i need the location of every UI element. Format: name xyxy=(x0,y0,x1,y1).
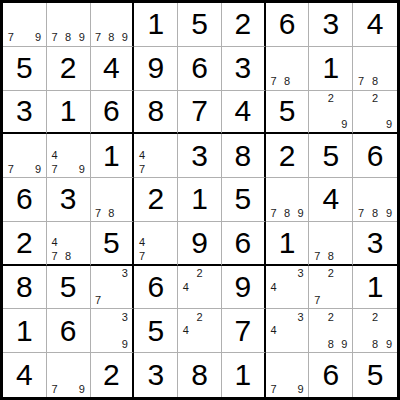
cell-r7c5[interactable]: 24 xyxy=(178,266,222,310)
cell-r2c6[interactable]: 3 xyxy=(222,47,266,91)
cell-value: 6 xyxy=(16,184,33,214)
pencil-mark-8: 8 xyxy=(105,206,118,220)
pencil-mark-6 xyxy=(118,280,131,294)
cell-r5c1[interactable]: 6 xyxy=(3,178,47,222)
pencil-mark-5 xyxy=(368,105,382,118)
cell-r2c5[interactable]: 6 xyxy=(178,47,222,91)
pencil-mark-7 xyxy=(179,338,193,352)
pencil-mark-8 xyxy=(149,249,163,262)
pencil-mark-2: 2 xyxy=(324,267,338,281)
pencil-mark-9 xyxy=(338,249,352,262)
cell-value: 2 xyxy=(103,360,120,390)
cell-r5c5[interactable]: 1 xyxy=(178,178,222,222)
pencil-mark-5 xyxy=(105,324,118,338)
pencil-mark-7 xyxy=(92,338,105,352)
pencil-mark-4 xyxy=(354,324,368,338)
cell-r2c7[interactable]: 78 xyxy=(266,47,310,91)
pencil-marks: 29 xyxy=(354,92,396,132)
cell-r8c8[interactable]: 289 xyxy=(309,309,353,353)
cell-r4c1[interactable]: 79 xyxy=(3,134,47,178)
pencil-marks: 79 xyxy=(4,135,45,176)
pencil-mark-6 xyxy=(294,61,308,75)
cell-value: 1 xyxy=(60,96,77,126)
cell-r9c6[interactable]: 1 xyxy=(222,353,266,397)
pencil-mark-4 xyxy=(4,149,18,163)
cell-r6c4[interactable]: 47 xyxy=(134,222,178,266)
pencil-mark-8 xyxy=(280,338,294,352)
pencil-mark-3 xyxy=(75,4,89,18)
pencil-mark-9 xyxy=(294,75,308,89)
cell-r9c5[interactable]: 8 xyxy=(178,353,222,397)
pencil-mark-1 xyxy=(179,267,193,281)
pencil-mark-2 xyxy=(61,135,75,149)
cell-r1c7[interactable]: 6 xyxy=(266,3,310,47)
pencil-mark-3 xyxy=(382,310,396,324)
pencil-mark-7: 7 xyxy=(4,163,18,177)
pencil-mark-2 xyxy=(105,4,118,18)
pencil-mark-8 xyxy=(324,294,338,308)
pencil-marks: 47 xyxy=(135,135,176,176)
pencil-mark-4: 4 xyxy=(48,149,62,163)
cell-value: 1 xyxy=(367,272,384,302)
pencil-marks: 479 xyxy=(48,135,89,176)
pencil-mark-3 xyxy=(31,4,45,18)
pencil-mark-9 xyxy=(206,338,220,352)
cell-value: 4 xyxy=(234,96,251,126)
cell-value: 6 xyxy=(103,96,120,126)
pencil-marks: 34 xyxy=(267,310,308,351)
pencil-mark-9 xyxy=(338,294,352,308)
pencil-mark-1 xyxy=(310,310,324,324)
pencil-mark-1 xyxy=(92,179,105,193)
pencil-mark-4 xyxy=(310,324,324,338)
cell-r4c6[interactable]: 8 xyxy=(222,134,266,178)
pencil-marks: 478 xyxy=(48,223,89,263)
pencil-mark-8: 8 xyxy=(280,206,294,220)
pencil-mark-2 xyxy=(105,310,118,324)
pencil-mark-2 xyxy=(280,310,294,324)
pencil-marks: 37 xyxy=(92,267,132,308)
cell-r8c7[interactable]: 34 xyxy=(266,309,310,353)
cell-value: 1 xyxy=(191,184,208,214)
pencil-mark-5 xyxy=(324,105,338,118)
pencil-mark-6 xyxy=(75,149,89,163)
pencil-mark-7: 7 xyxy=(354,75,368,89)
cell-r7c9[interactable]: 1 xyxy=(353,266,397,310)
pencil-marks: 34 xyxy=(267,267,308,308)
pencil-mark-2 xyxy=(105,179,118,193)
pencil-mark-5 xyxy=(61,368,75,382)
pencil-mark-1 xyxy=(48,4,62,18)
cell-r5c4[interactable]: 2 xyxy=(134,178,178,222)
cell-r6c8[interactable]: 78 xyxy=(309,222,353,266)
pencil-mark-7 xyxy=(267,338,281,352)
cell-value: 5 xyxy=(279,96,296,126)
pencil-mark-3 xyxy=(338,310,352,324)
pencil-mark-5 xyxy=(149,149,163,163)
pencil-marks: 79 xyxy=(267,354,308,396)
pencil-mark-7: 7 xyxy=(135,249,149,262)
pencil-mark-6 xyxy=(31,149,45,163)
cell-r2c8[interactable]: 1 xyxy=(309,47,353,91)
cell-r1c8[interactable]: 3 xyxy=(309,3,353,47)
pencil-mark-1 xyxy=(310,267,324,281)
pencil-marks: 78 xyxy=(310,223,351,263)
cell-value: 5 xyxy=(191,9,208,39)
pencil-mark-7: 7 xyxy=(48,163,62,177)
pencil-mark-4 xyxy=(92,18,105,32)
pencil-mark-3 xyxy=(294,354,308,368)
pencil-mark-2 xyxy=(280,179,294,193)
cell-value: 4 xyxy=(16,360,33,390)
pencil-mark-5 xyxy=(280,193,294,207)
cell-value: 3 xyxy=(60,184,77,214)
pencil-marks: 27 xyxy=(310,267,351,308)
cell-r8c1[interactable]: 1 xyxy=(3,309,47,353)
pencil-mark-8 xyxy=(61,163,75,177)
pencil-mark-3: 3 xyxy=(294,267,308,281)
pencil-mark-7 xyxy=(179,294,193,308)
pencil-mark-7: 7 xyxy=(310,294,324,308)
cell-r1c6[interactable]: 2 xyxy=(222,3,266,47)
pencil-mark-4 xyxy=(310,280,324,294)
pencil-mark-5 xyxy=(105,280,118,294)
pencil-mark-5 xyxy=(105,193,118,207)
pencil-mark-9: 9 xyxy=(118,31,131,45)
cell-value: 1 xyxy=(147,9,164,39)
cell-r3c5[interactable]: 7 xyxy=(178,91,222,135)
cell-value: 4 xyxy=(322,184,339,214)
pencil-mark-9 xyxy=(206,294,220,308)
pencil-mark-9 xyxy=(163,249,177,262)
pencil-mark-3: 3 xyxy=(118,310,131,324)
pencil-mark-8 xyxy=(193,338,207,352)
pencil-mark-2 xyxy=(324,223,338,236)
pencil-mark-3 xyxy=(118,4,131,18)
cell-r4c2[interactable]: 479 xyxy=(47,134,91,178)
pencil-mark-8: 8 xyxy=(368,75,382,89)
cell-r3c1[interactable]: 3 xyxy=(3,91,47,135)
cell-r8c4[interactable]: 5 xyxy=(134,309,178,353)
pencil-mark-8: 8 xyxy=(368,206,382,220)
pencil-mark-5 xyxy=(61,149,75,163)
cell-r3c4[interactable]: 8 xyxy=(134,91,178,135)
pencil-mark-9: 9 xyxy=(31,31,45,45)
pencil-mark-9: 9 xyxy=(382,206,396,220)
cell-r8c5[interactable]: 24 xyxy=(178,309,222,353)
pencil-mark-7: 7 xyxy=(135,163,149,177)
cell-r9c8[interactable]: 6 xyxy=(309,353,353,397)
cell-r9c7[interactable]: 79 xyxy=(266,353,310,397)
pencil-mark-5 xyxy=(368,61,382,75)
cell-r5c3[interactable]: 78 xyxy=(91,178,135,222)
cell-r4c4[interactable]: 47 xyxy=(134,134,178,178)
cell-r7c6[interactable]: 9 xyxy=(222,266,266,310)
cell-r9c3[interactable]: 2 xyxy=(91,353,135,397)
cell-r7c4[interactable]: 6 xyxy=(134,266,178,310)
cell-value: 5 xyxy=(234,184,251,214)
pencil-mark-6 xyxy=(206,324,220,338)
cell-r5c6[interactable]: 5 xyxy=(222,178,266,222)
pencil-mark-7: 7 xyxy=(310,249,324,262)
cell-r9c2[interactable]: 79 xyxy=(47,353,91,397)
pencil-mark-1 xyxy=(267,179,281,193)
cell-r4c7[interactable]: 2 xyxy=(266,134,310,178)
pencil-mark-3 xyxy=(294,48,308,62)
pencil-mark-5 xyxy=(280,61,294,75)
pencil-mark-8 xyxy=(105,338,118,352)
cell-r1c5[interactable]: 5 xyxy=(178,3,222,47)
cell-r4c8[interactable]: 5 xyxy=(309,134,353,178)
pencil-mark-2: 2 xyxy=(324,310,338,324)
pencil-marks: 24 xyxy=(179,310,220,351)
cell-r2c1[interactable]: 5 xyxy=(3,47,47,91)
pencil-mark-9: 9 xyxy=(294,206,308,220)
pencil-mark-6 xyxy=(294,280,308,294)
pencil-mark-9: 9 xyxy=(118,338,131,352)
cell-value: 3 xyxy=(367,228,384,258)
pencil-marks: 289 xyxy=(354,310,396,351)
pencil-mark-1 xyxy=(267,310,281,324)
pencil-mark-9: 9 xyxy=(294,382,308,396)
pencil-mark-5 xyxy=(61,236,75,249)
pencil-mark-7: 7 xyxy=(48,31,62,45)
cell-r9c4[interactable]: 3 xyxy=(134,353,178,397)
pencil-mark-4 xyxy=(310,236,324,249)
pencil-mark-9 xyxy=(382,75,396,89)
cell-value: 1 xyxy=(16,316,33,346)
pencil-mark-4: 4 xyxy=(135,236,149,249)
pencil-marks: 79 xyxy=(4,4,45,45)
cell-r7c1[interactable]: 8 xyxy=(3,266,47,310)
pencil-mark-8 xyxy=(193,294,207,308)
cell-r1c4[interactable]: 1 xyxy=(134,3,178,47)
cell-r9c1[interactable]: 4 xyxy=(3,353,47,397)
cell-r4c5[interactable]: 3 xyxy=(178,134,222,178)
cell-r3c9[interactable]: 29 xyxy=(353,91,397,135)
pencil-mark-9 xyxy=(294,294,308,308)
pencil-mark-7: 7 xyxy=(48,249,62,262)
cell-value: 9 xyxy=(147,53,164,83)
pencil-mark-4 xyxy=(354,105,368,118)
pencil-mark-7: 7 xyxy=(267,206,281,220)
cell-value: 5 xyxy=(367,360,384,390)
cell-r3c8[interactable]: 29 xyxy=(309,91,353,135)
cell-r2c4[interactable]: 9 xyxy=(134,47,178,91)
pencil-mark-2 xyxy=(368,179,382,193)
cell-r8c9[interactable]: 289 xyxy=(353,309,397,353)
pencil-mark-5 xyxy=(324,236,338,249)
pencil-mark-7 xyxy=(310,118,324,131)
cell-r5c2[interactable]: 3 xyxy=(47,178,91,222)
cell-r7c8[interactable]: 27 xyxy=(309,266,353,310)
pencil-mark-7: 7 xyxy=(354,206,368,220)
pencil-mark-2 xyxy=(61,4,75,18)
cell-value: 2 xyxy=(60,53,77,83)
cell-r1c1[interactable]: 79 xyxy=(3,3,47,47)
pencil-mark-7: 7 xyxy=(267,382,281,396)
pencil-mark-7 xyxy=(310,338,324,352)
pencil-mark-3 xyxy=(118,179,131,193)
cell-r4c3[interactable]: 1 xyxy=(91,134,135,178)
pencil-mark-8 xyxy=(368,118,382,131)
pencil-marks: 47 xyxy=(135,223,176,263)
cell-r6c7[interactable]: 1 xyxy=(266,222,310,266)
cell-r8c2[interactable]: 6 xyxy=(47,309,91,353)
pencil-mark-2: 2 xyxy=(193,267,207,281)
cell-r2c9[interactable]: 78 xyxy=(353,47,397,91)
pencil-mark-3 xyxy=(294,179,308,193)
pencil-mark-2: 2 xyxy=(368,92,382,105)
cell-r9c9[interactable]: 5 xyxy=(353,353,397,397)
cell-r7c7[interactable]: 34 xyxy=(266,266,310,310)
cell-r6c1[interactable]: 2 xyxy=(3,222,47,266)
pencil-mark-1 xyxy=(135,135,149,149)
cell-r1c2[interactable]: 789 xyxy=(47,3,91,47)
cell-value: 5 xyxy=(60,272,77,302)
pencil-mark-3 xyxy=(382,48,396,62)
pencil-mark-3 xyxy=(75,354,89,368)
cell-r5c9[interactable]: 789 xyxy=(353,178,397,222)
cell-r3c7[interactable]: 5 xyxy=(266,91,310,135)
pencil-mark-4 xyxy=(354,193,368,207)
pencil-mark-3 xyxy=(163,135,177,149)
cell-value: 6 xyxy=(60,316,77,346)
cell-r7c2[interactable]: 5 xyxy=(47,266,91,310)
pencil-mark-7 xyxy=(354,118,368,131)
pencil-mark-4 xyxy=(4,18,18,32)
pencil-mark-1 xyxy=(4,4,18,18)
pencil-mark-1 xyxy=(354,310,368,324)
pencil-mark-5 xyxy=(280,280,294,294)
cell-value: 6 xyxy=(147,272,164,302)
cell-r1c3[interactable]: 789 xyxy=(91,3,135,47)
pencil-mark-4 xyxy=(267,193,281,207)
cell-value: 5 xyxy=(147,316,164,346)
pencil-mark-1 xyxy=(354,92,368,105)
pencil-mark-3: 3 xyxy=(294,310,308,324)
pencil-marks: 789 xyxy=(267,179,308,220)
pencil-mark-4 xyxy=(48,18,62,32)
pencil-mark-4: 4 xyxy=(135,149,149,163)
pencil-marks: 78 xyxy=(354,48,396,89)
pencil-mark-9: 9 xyxy=(75,382,89,396)
pencil-mark-9: 9 xyxy=(382,338,396,352)
cell-value: 2 xyxy=(234,9,251,39)
pencil-mark-3 xyxy=(338,267,352,281)
cell-value: 6 xyxy=(234,228,251,258)
pencil-mark-2 xyxy=(61,354,75,368)
cell-r6c6[interactable]: 6 xyxy=(222,222,266,266)
pencil-mark-9: 9 xyxy=(338,118,352,131)
cell-value: 3 xyxy=(234,53,251,83)
pencil-marks: 29 xyxy=(310,92,351,132)
cell-value: 1 xyxy=(234,360,251,390)
cell-r3c3[interactable]: 6 xyxy=(91,91,135,135)
pencil-mark-1 xyxy=(354,48,368,62)
pencil-mark-9 xyxy=(294,338,308,352)
pencil-marks: 789 xyxy=(354,179,396,220)
cell-value: 3 xyxy=(147,360,164,390)
cell-r5c7[interactable]: 789 xyxy=(266,178,310,222)
pencil-marks: 78 xyxy=(92,179,132,220)
pencil-mark-4: 4 xyxy=(48,236,62,249)
cell-r2c3[interactable]: 4 xyxy=(91,47,135,91)
cell-value: 3 xyxy=(322,9,339,39)
pencil-mark-5 xyxy=(105,18,118,32)
pencil-mark-1 xyxy=(267,354,281,368)
cell-r5c8[interactable]: 4 xyxy=(309,178,353,222)
pencil-mark-8 xyxy=(18,31,32,45)
pencil-mark-2 xyxy=(18,4,32,18)
pencil-mark-1 xyxy=(135,223,149,236)
cell-r7c3[interactable]: 37 xyxy=(91,266,135,310)
pencil-mark-9 xyxy=(118,294,131,308)
cell-value: 8 xyxy=(16,272,33,302)
pencil-mark-6 xyxy=(294,324,308,338)
pencil-mark-2 xyxy=(368,48,382,62)
pencil-mark-4: 4 xyxy=(267,280,281,294)
pencil-mark-4 xyxy=(267,61,281,75)
cell-r3c2[interactable]: 1 xyxy=(47,91,91,135)
pencil-mark-4 xyxy=(92,193,105,207)
cell-r6c5[interactable]: 9 xyxy=(178,222,222,266)
cell-r6c3[interactable]: 5 xyxy=(91,222,135,266)
pencil-mark-4 xyxy=(92,324,105,338)
pencil-mark-5 xyxy=(193,280,207,294)
pencil-mark-3 xyxy=(163,223,177,236)
pencil-mark-4 xyxy=(354,61,368,75)
pencil-mark-8: 8 xyxy=(61,249,75,262)
pencil-mark-5 xyxy=(149,236,163,249)
cell-value: 1 xyxy=(279,228,296,258)
pencil-mark-9 xyxy=(75,249,89,262)
cell-value: 6 xyxy=(322,360,339,390)
cell-r4c9[interactable]: 6 xyxy=(353,134,397,178)
pencil-mark-7 xyxy=(354,338,368,352)
cell-r3c6[interactable]: 4 xyxy=(222,91,266,135)
cell-value: 2 xyxy=(16,228,33,258)
pencil-mark-3: 3 xyxy=(118,267,131,281)
cell-value: 7 xyxy=(234,316,251,346)
pencil-mark-6 xyxy=(382,324,396,338)
pencil-mark-4 xyxy=(310,105,324,118)
pencil-mark-8: 8 xyxy=(280,75,294,89)
pencil-mark-2 xyxy=(105,267,118,281)
pencil-mark-5 xyxy=(18,18,32,32)
pencil-mark-2 xyxy=(280,354,294,368)
pencil-mark-4: 4 xyxy=(179,324,193,338)
pencil-mark-8 xyxy=(61,382,75,396)
pencil-mark-7: 7 xyxy=(92,206,105,220)
cell-r8c3[interactable]: 39 xyxy=(91,309,135,353)
pencil-mark-2: 2 xyxy=(193,310,207,324)
pencil-mark-5 xyxy=(280,368,294,382)
cell-value: 8 xyxy=(234,141,251,171)
cell-r6c9[interactable]: 3 xyxy=(353,222,397,266)
pencil-mark-1 xyxy=(48,135,62,149)
pencil-mark-3 xyxy=(338,223,352,236)
pencil-mark-7: 7 xyxy=(4,31,18,45)
pencil-marks: 289 xyxy=(310,310,351,351)
cell-r1c9[interactable]: 4 xyxy=(353,3,397,47)
pencil-mark-5 xyxy=(280,324,294,338)
cell-value: 3 xyxy=(16,96,33,126)
cell-r6c2[interactable]: 478 xyxy=(47,222,91,266)
cell-r8c6[interactable]: 7 xyxy=(222,309,266,353)
cell-r2c2[interactable]: 2 xyxy=(47,47,91,91)
pencil-mark-2 xyxy=(149,135,163,149)
